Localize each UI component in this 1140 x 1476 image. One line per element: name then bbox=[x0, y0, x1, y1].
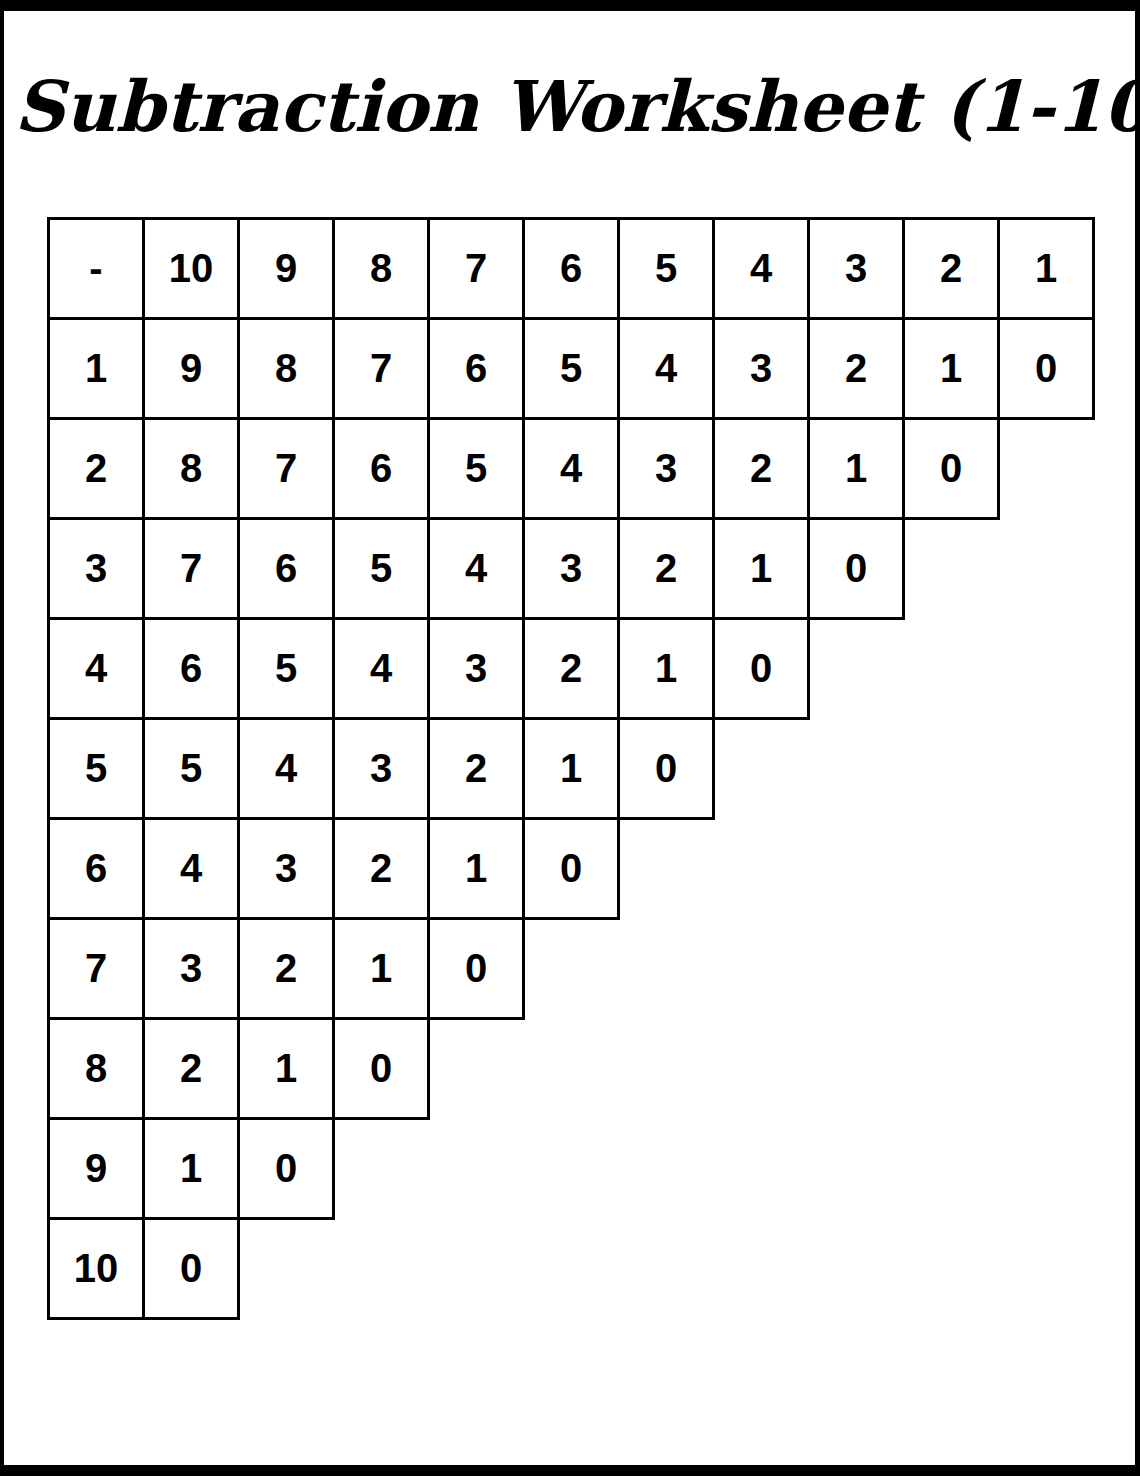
value-cell: 5 bbox=[334, 518, 429, 618]
value-cell: 2 bbox=[809, 318, 904, 418]
value-cell: 0 bbox=[904, 418, 999, 518]
value-cell: 2 bbox=[714, 418, 809, 518]
value-cell: 2 bbox=[619, 518, 714, 618]
value-cell: 4 bbox=[334, 618, 429, 718]
row-header-cell: 1 bbox=[49, 318, 144, 418]
empty-cell bbox=[999, 1118, 1094, 1218]
row-header-cell: 3 bbox=[49, 518, 144, 618]
row-header-cell: 6 bbox=[49, 818, 144, 918]
empty-cell bbox=[334, 1118, 429, 1218]
value-cell: 7 bbox=[144, 518, 239, 618]
col-header-cell: 4 bbox=[714, 218, 809, 318]
value-cell: 3 bbox=[714, 318, 809, 418]
value-cell: 5 bbox=[524, 318, 619, 418]
subtraction-table-body: -109876543211987654321028765432103765432… bbox=[49, 218, 1094, 1318]
table-row: 5543210 bbox=[49, 718, 1094, 818]
value-cell: 3 bbox=[144, 918, 239, 1018]
empty-cell bbox=[619, 1018, 714, 1118]
value-cell: 2 bbox=[334, 818, 429, 918]
empty-cell bbox=[619, 818, 714, 918]
empty-cell bbox=[524, 918, 619, 1018]
corner-minus-cell: - bbox=[49, 218, 144, 318]
col-header-cell: 9 bbox=[239, 218, 334, 318]
value-cell: 6 bbox=[239, 518, 334, 618]
table-row: 643210 bbox=[49, 818, 1094, 918]
subtraction-table: -109876543211987654321028765432103765432… bbox=[47, 217, 1095, 1320]
empty-cell bbox=[999, 918, 1094, 1018]
value-cell: 1 bbox=[619, 618, 714, 718]
empty-cell bbox=[999, 718, 1094, 818]
table-row: 73210 bbox=[49, 918, 1094, 1018]
value-cell: 0 bbox=[714, 618, 809, 718]
value-cell: 2 bbox=[239, 918, 334, 1018]
value-cell: 3 bbox=[239, 818, 334, 918]
empty-cell bbox=[904, 818, 999, 918]
empty-cell bbox=[904, 1218, 999, 1318]
value-cell: 7 bbox=[239, 418, 334, 518]
value-cell: 8 bbox=[144, 418, 239, 518]
empty-cell bbox=[524, 1218, 619, 1318]
value-cell: 0 bbox=[334, 1018, 429, 1118]
empty-cell bbox=[999, 1018, 1094, 1118]
table-row: 46543210 bbox=[49, 618, 1094, 718]
value-cell: 4 bbox=[144, 818, 239, 918]
empty-cell bbox=[429, 1218, 524, 1318]
table-row: 19876543210 bbox=[49, 318, 1094, 418]
empty-cell bbox=[809, 1018, 904, 1118]
empty-cell bbox=[714, 918, 809, 1018]
value-cell: 1 bbox=[714, 518, 809, 618]
row-header-cell: 10 bbox=[49, 1218, 144, 1318]
col-header-cell: 5 bbox=[619, 218, 714, 318]
row-header-cell: 8 bbox=[49, 1018, 144, 1118]
empty-cell bbox=[809, 1218, 904, 1318]
table-row: 2876543210 bbox=[49, 418, 1094, 518]
value-cell: 1 bbox=[809, 418, 904, 518]
table-row: 8210 bbox=[49, 1018, 1094, 1118]
empty-cell bbox=[429, 1018, 524, 1118]
value-cell: 3 bbox=[334, 718, 429, 818]
col-header-cell: 10 bbox=[144, 218, 239, 318]
empty-cell bbox=[904, 518, 999, 618]
empty-cell bbox=[904, 1018, 999, 1118]
value-cell: 3 bbox=[429, 618, 524, 718]
empty-cell bbox=[904, 718, 999, 818]
col-header-cell: 3 bbox=[809, 218, 904, 318]
value-cell: 5 bbox=[144, 718, 239, 818]
value-cell: 7 bbox=[334, 318, 429, 418]
row-header-cell: 2 bbox=[49, 418, 144, 518]
col-header-cell: 1 bbox=[999, 218, 1094, 318]
empty-cell bbox=[999, 618, 1094, 718]
value-cell: 4 bbox=[239, 718, 334, 818]
empty-cell bbox=[904, 918, 999, 1018]
empty-cell bbox=[429, 1118, 524, 1218]
value-cell: 0 bbox=[429, 918, 524, 1018]
empty-cell bbox=[524, 1118, 619, 1218]
empty-cell bbox=[619, 1118, 714, 1218]
value-cell: 1 bbox=[904, 318, 999, 418]
worksheet-page: Subtraction Worksheet (1-10) -1098765432… bbox=[0, 0, 1140, 1476]
empty-cell bbox=[714, 1018, 809, 1118]
value-cell: 6 bbox=[334, 418, 429, 518]
row-header-cell: 7 bbox=[49, 918, 144, 1018]
empty-cell bbox=[999, 518, 1094, 618]
row-header-cell: 5 bbox=[49, 718, 144, 818]
empty-cell bbox=[714, 818, 809, 918]
table-row: 910 bbox=[49, 1118, 1094, 1218]
table-row: 376543210 bbox=[49, 518, 1094, 618]
worksheet-title: Subtraction Worksheet (1-10) bbox=[14, 63, 1125, 151]
empty-cell bbox=[714, 718, 809, 818]
empty-cell bbox=[809, 918, 904, 1018]
value-cell: 1 bbox=[524, 718, 619, 818]
value-cell: 4 bbox=[429, 518, 524, 618]
value-cell: 0 bbox=[239, 1118, 334, 1218]
value-cell: 0 bbox=[809, 518, 904, 618]
col-header-cell: 6 bbox=[524, 218, 619, 318]
row-header-cell: 4 bbox=[49, 618, 144, 718]
value-cell: 5 bbox=[429, 418, 524, 518]
value-cell: 6 bbox=[144, 618, 239, 718]
empty-cell bbox=[904, 618, 999, 718]
col-header-cell: 2 bbox=[904, 218, 999, 318]
value-cell: 0 bbox=[524, 818, 619, 918]
value-cell: 2 bbox=[524, 618, 619, 718]
value-cell: 1 bbox=[334, 918, 429, 1018]
value-cell: 0 bbox=[144, 1218, 239, 1318]
empty-cell bbox=[619, 1218, 714, 1318]
empty-cell bbox=[999, 1218, 1094, 1318]
value-cell: 0 bbox=[999, 318, 1094, 418]
value-cell: 1 bbox=[239, 1018, 334, 1118]
empty-cell bbox=[714, 1218, 809, 1318]
value-cell: 0 bbox=[619, 718, 714, 818]
empty-cell bbox=[809, 818, 904, 918]
value-cell: 1 bbox=[144, 1118, 239, 1218]
empty-cell bbox=[239, 1218, 334, 1318]
empty-cell bbox=[619, 918, 714, 1018]
value-cell: 1 bbox=[429, 818, 524, 918]
empty-cell bbox=[809, 1118, 904, 1218]
value-cell: 9 bbox=[144, 318, 239, 418]
empty-cell bbox=[714, 1118, 809, 1218]
value-cell: 8 bbox=[239, 318, 334, 418]
empty-cell bbox=[904, 1118, 999, 1218]
value-cell: 3 bbox=[619, 418, 714, 518]
value-cell: 6 bbox=[429, 318, 524, 418]
col-header-cell: 7 bbox=[429, 218, 524, 318]
value-cell: 5 bbox=[239, 618, 334, 718]
header-row: -10987654321 bbox=[49, 218, 1094, 318]
value-cell: 2 bbox=[429, 718, 524, 818]
value-cell: 3 bbox=[524, 518, 619, 618]
table-row: 100 bbox=[49, 1218, 1094, 1318]
value-cell: 2 bbox=[144, 1018, 239, 1118]
value-cell: 4 bbox=[619, 318, 714, 418]
row-header-cell: 9 bbox=[49, 1118, 144, 1218]
value-cell: 4 bbox=[524, 418, 619, 518]
empty-cell bbox=[334, 1218, 429, 1318]
empty-cell bbox=[999, 818, 1094, 918]
col-header-cell: 8 bbox=[334, 218, 429, 318]
empty-cell bbox=[524, 1018, 619, 1118]
empty-cell bbox=[809, 718, 904, 818]
empty-cell bbox=[999, 418, 1094, 518]
empty-cell bbox=[809, 618, 904, 718]
